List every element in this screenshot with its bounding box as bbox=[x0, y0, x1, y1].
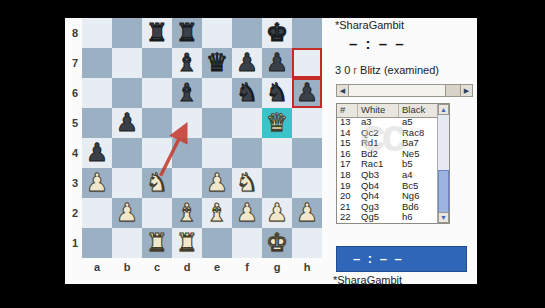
move-cell[interactable]: Rac8 bbox=[399, 128, 438, 139]
square-e5[interactable] bbox=[202, 108, 232, 138]
scroll-left-arrow-icon[interactable]: ◀ bbox=[337, 85, 349, 96]
rank-label-2: 2 bbox=[65, 198, 82, 228]
white-bishop: ♝ bbox=[172, 198, 202, 228]
square-a2[interactable] bbox=[82, 198, 112, 228]
square-h6[interactable]: ♟ bbox=[292, 78, 322, 108]
game-type: Blitz (examined) bbox=[357, 64, 439, 76]
square-d1[interactable]: ♜ bbox=[172, 228, 202, 258]
square-e2[interactable]: ♝ bbox=[202, 198, 232, 228]
vertical-scrollbar[interactable]: ▲ ▼ bbox=[437, 104, 449, 223]
file-labels: abcdefgh bbox=[82, 261, 322, 274]
move-cell[interactable]: 16 bbox=[337, 149, 358, 160]
move-cell[interactable]: h6 bbox=[399, 212, 438, 223]
move-row-18[interactable]: 18Qb3a4 bbox=[337, 170, 438, 181]
square-g3[interactable] bbox=[262, 168, 292, 198]
rank-label-7: 7 bbox=[65, 48, 82, 78]
square-f4[interactable] bbox=[232, 138, 262, 168]
file-label-h: h bbox=[292, 261, 322, 274]
move-cell[interactable]: Ng6 bbox=[399, 191, 438, 202]
horizontal-scroll-thumb[interactable] bbox=[349, 85, 446, 96]
clock-bottom-active: – : – – bbox=[336, 246, 467, 272]
black-knight: ♞ bbox=[232, 78, 262, 108]
rank-label-4: 4 bbox=[65, 138, 82, 168]
move-cell[interactable]: 17 bbox=[337, 159, 358, 170]
move-cell[interactable]: 21 bbox=[337, 202, 358, 213]
move-row-14[interactable]: 14Qc2Rac8 bbox=[337, 128, 438, 139]
move-row-22[interactable]: 22Qg5h6 bbox=[337, 212, 438, 223]
square-d4[interactable] bbox=[172, 138, 202, 168]
file-label-e: e bbox=[202, 261, 232, 274]
black-rook: ♜ bbox=[142, 18, 172, 48]
move-cell[interactable]: Ne5 bbox=[399, 149, 438, 160]
move-cell[interactable]: Qb3 bbox=[358, 170, 399, 181]
square-c7[interactable] bbox=[142, 48, 172, 78]
square-a1[interactable] bbox=[82, 228, 112, 258]
square-c4[interactable] bbox=[142, 138, 172, 168]
move-cell[interactable]: Qh4 bbox=[358, 191, 399, 202]
move-cell[interactable]: Rd1 bbox=[358, 138, 399, 149]
move-cell[interactable]: Qg5 bbox=[358, 212, 399, 223]
square-b7[interactable] bbox=[112, 48, 142, 78]
square-g7[interactable]: ♟ bbox=[262, 48, 292, 78]
file-label-b: b bbox=[112, 261, 142, 274]
move-cell[interactable]: a3 bbox=[358, 117, 399, 128]
black-king: ♚ bbox=[262, 18, 292, 48]
scroll-right-arrow-icon[interactable]: ▶ bbox=[460, 85, 472, 96]
square-d3[interactable] bbox=[172, 168, 202, 198]
move-cell[interactable]: 18 bbox=[337, 170, 358, 181]
vertical-scroll-thumb[interactable] bbox=[438, 170, 449, 214]
square-f3[interactable]: ♞ bbox=[232, 168, 262, 198]
square-c8[interactable]: ♜ bbox=[142, 18, 172, 48]
square-g5[interactable]: ♛ bbox=[262, 108, 292, 138]
square-d5[interactable] bbox=[172, 108, 202, 138]
move-row-19[interactable]: 19Qb4Bc5 bbox=[337, 181, 438, 192]
white-pawn: ♟ bbox=[202, 168, 232, 198]
move-cell[interactable]: 22 bbox=[337, 212, 358, 223]
square-c1[interactable]: ♜ bbox=[142, 228, 172, 258]
rank-label-3: 3 bbox=[65, 168, 82, 198]
square-h1[interactable] bbox=[292, 228, 322, 258]
clock-top: – : – – bbox=[349, 35, 406, 52]
square-c3[interactable]: ♞ bbox=[142, 168, 172, 198]
move-row-15[interactable]: 15Rd1Ba7 bbox=[337, 138, 438, 149]
white-pawn: ♟ bbox=[112, 198, 142, 228]
move-cell[interactable]: 14 bbox=[337, 128, 358, 139]
square-h7[interactable] bbox=[292, 48, 322, 78]
square-b8[interactable] bbox=[112, 18, 142, 48]
black-pawn: ♟ bbox=[262, 48, 292, 78]
square-a3[interactable]: ♟ bbox=[82, 168, 112, 198]
square-d8[interactable]: ♜ bbox=[172, 18, 202, 48]
move-row-13[interactable]: 13a3a5 bbox=[337, 117, 438, 128]
square-f8[interactable] bbox=[232, 18, 262, 48]
square-e7[interactable]: ♛ bbox=[202, 48, 232, 78]
file-label-g: g bbox=[262, 261, 292, 274]
square-b6[interactable] bbox=[112, 78, 142, 108]
square-b4[interactable] bbox=[112, 138, 142, 168]
move-cell[interactable]: Bc5 bbox=[399, 181, 438, 192]
black-pawn: ♟ bbox=[292, 78, 322, 108]
file-label-d: d bbox=[172, 261, 202, 274]
black-knight: ♞ bbox=[262, 78, 292, 108]
square-c6[interactable] bbox=[142, 78, 172, 108]
square-b1[interactable] bbox=[112, 228, 142, 258]
square-c2[interactable] bbox=[142, 198, 172, 228]
square-g6[interactable]: ♞ bbox=[262, 78, 292, 108]
move-cell[interactable]: Qg3 bbox=[358, 202, 399, 213]
white-pawn: ♟ bbox=[82, 168, 112, 198]
move-cell[interactable]: a4 bbox=[399, 170, 438, 181]
clock-bottom-text: – : – – bbox=[337, 247, 466, 271]
square-d7[interactable]: ♝ bbox=[172, 48, 202, 78]
player-name-bottom: *SharaGambit bbox=[333, 274, 402, 286]
rank-label-1: 1 bbox=[65, 228, 82, 258]
move-cell[interactable]: Bd6 bbox=[399, 202, 438, 213]
square-b5[interactable]: ♟ bbox=[112, 108, 142, 138]
move-table-header: # White Black bbox=[337, 104, 449, 118]
rank-labels: 87654321 bbox=[65, 18, 82, 258]
square-f5[interactable] bbox=[232, 108, 262, 138]
square-d2[interactable]: ♝ bbox=[172, 198, 202, 228]
square-h2[interactable]: ♟ bbox=[292, 198, 322, 228]
black-bishop: ♝ bbox=[172, 48, 202, 78]
square-a7[interactable] bbox=[82, 48, 112, 78]
square-a6[interactable] bbox=[82, 78, 112, 108]
horizontal-scrollbar[interactable]: ◀ ▶ bbox=[336, 84, 473, 97]
square-h4[interactable] bbox=[292, 138, 322, 168]
player-name-top: *SharaGambit bbox=[335, 19, 404, 31]
square-g4[interactable] bbox=[262, 138, 292, 168]
move-cell[interactable]: 20 bbox=[337, 191, 358, 202]
header-move-number[interactable]: # bbox=[337, 104, 358, 117]
square-h5[interactable] bbox=[292, 108, 322, 138]
rank-label-6: 6 bbox=[65, 78, 82, 108]
white-pawn: ♟ bbox=[262, 198, 292, 228]
white-knight: ♞ bbox=[232, 168, 262, 198]
file-label-f: f bbox=[232, 261, 262, 274]
black-bishop: ♝ bbox=[172, 78, 202, 108]
scroll-down-arrow-icon[interactable]: ▼ bbox=[438, 212, 449, 223]
move-cell[interactable]: Bd2 bbox=[358, 149, 399, 160]
move-cell[interactable]: 13 bbox=[337, 117, 358, 128]
file-label-a: a bbox=[82, 261, 112, 274]
white-rook: ♜ bbox=[172, 228, 202, 258]
time-control: 3 0 bbox=[335, 64, 353, 76]
square-e4[interactable] bbox=[202, 138, 232, 168]
move-cell[interactable]: Qc2 bbox=[358, 128, 399, 139]
square-b2[interactable]: ♟ bbox=[112, 198, 142, 228]
rank-label-8: 8 bbox=[65, 18, 82, 48]
square-h8[interactable] bbox=[292, 18, 322, 48]
white-pawn: ♟ bbox=[232, 198, 262, 228]
square-h3[interactable] bbox=[292, 168, 322, 198]
black-rook: ♜ bbox=[172, 18, 202, 48]
game-info: 3 0 r Blitz (examined) bbox=[335, 64, 439, 76]
move-cell[interactable]: 19 bbox=[337, 181, 358, 192]
move-list-table[interactable]: # White Black 13a3a514Qc2Rac815Rd1Ba716B… bbox=[336, 103, 450, 224]
move-cell[interactable]: Qb4 bbox=[358, 181, 399, 192]
chess-board[interactable]: ♜♜♚♝♛♟♟♝♞♞♟♟♛♟♟♞♟♞♟♝♝♟♟♟♜♜♚ bbox=[82, 18, 322, 258]
move-row-21[interactable]: 21Qg3Bd6 bbox=[337, 202, 438, 213]
video-frame: 87654321 abcdefgh ♜♜♚♝♛♟♟♝♞♞♟♟♛♟♟♞♟♞♟♝♝♟… bbox=[0, 0, 545, 308]
square-a4[interactable]: ♟ bbox=[82, 138, 112, 168]
white-pawn: ♟ bbox=[292, 198, 322, 228]
move-row-16[interactable]: 16Bd2Ne5 bbox=[337, 149, 438, 160]
square-f2[interactable]: ♟ bbox=[232, 198, 262, 228]
chess-app-window: 87654321 abcdefgh ♜♜♚♝♛♟♟♝♞♞♟♟♛♟♟♞♟♞♟♝♝♟… bbox=[65, 18, 477, 284]
white-knight: ♞ bbox=[142, 168, 172, 198]
square-e3[interactable]: ♟ bbox=[202, 168, 232, 198]
square-f7[interactable]: ♟ bbox=[232, 48, 262, 78]
square-c5[interactable] bbox=[142, 108, 172, 138]
move-table-body: 13a3a514Qc2Rac815Rd1Ba716Bd2Ne517Rac1b51… bbox=[337, 117, 438, 223]
white-bishop: ♝ bbox=[202, 198, 232, 228]
square-d6[interactable]: ♝ bbox=[172, 78, 202, 108]
square-g1[interactable]: ♚ bbox=[262, 228, 292, 258]
move-cell[interactable]: 15 bbox=[337, 138, 358, 149]
square-g8[interactable]: ♚ bbox=[262, 18, 292, 48]
white-rook: ♜ bbox=[142, 228, 172, 258]
square-b3[interactable] bbox=[112, 168, 142, 198]
square-f6[interactable]: ♞ bbox=[232, 78, 262, 108]
move-cell[interactable]: Rac1 bbox=[358, 159, 399, 170]
square-g2[interactable]: ♟ bbox=[262, 198, 292, 228]
square-a8[interactable] bbox=[82, 18, 112, 48]
square-f1[interactable] bbox=[232, 228, 262, 258]
header-black[interactable]: Black bbox=[399, 104, 438, 117]
move-cell[interactable]: a5 bbox=[399, 117, 438, 128]
black-pawn: ♟ bbox=[82, 138, 112, 168]
square-e1[interactable] bbox=[202, 228, 232, 258]
header-white[interactable]: White bbox=[358, 104, 399, 117]
scroll-up-arrow-icon[interactable]: ▲ bbox=[438, 104, 449, 115]
black-pawn: ♟ bbox=[112, 108, 142, 138]
file-label-c: c bbox=[142, 261, 172, 274]
square-e6[interactable] bbox=[202, 78, 232, 108]
white-queen: ♛ bbox=[262, 108, 292, 138]
move-row-17[interactable]: 17Rac1b5 bbox=[337, 159, 438, 170]
move-cell[interactable]: b5 bbox=[399, 159, 438, 170]
rank-label-5: 5 bbox=[65, 108, 82, 138]
square-a5[interactable] bbox=[82, 108, 112, 138]
move-cell[interactable]: Ba7 bbox=[399, 138, 438, 149]
move-row-20[interactable]: 20Qh4Ng6 bbox=[337, 191, 438, 202]
white-king: ♚ bbox=[262, 228, 292, 258]
square-e8[interactable] bbox=[202, 18, 232, 48]
horizontal-scroll-track[interactable] bbox=[446, 85, 460, 96]
black-queen: ♛ bbox=[202, 48, 232, 78]
black-pawn: ♟ bbox=[232, 48, 262, 78]
